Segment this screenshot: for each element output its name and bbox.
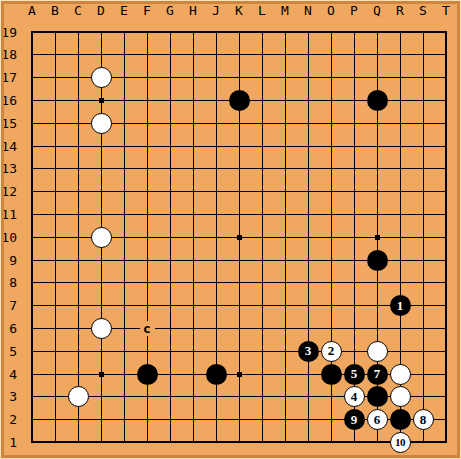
row-label: 1 bbox=[0, 435, 17, 450]
row-label: 15 bbox=[0, 116, 17, 131]
column-label: J bbox=[205, 3, 227, 18]
move-2-stone-O5: 2 bbox=[321, 341, 342, 362]
white-stone-R3 bbox=[390, 386, 411, 407]
row-label: 13 bbox=[0, 161, 17, 176]
row-label: 7 bbox=[0, 298, 17, 313]
row-label: 10 bbox=[0, 230, 17, 245]
move-6-stone-Q2: 6 bbox=[367, 409, 388, 430]
black-stone-J4 bbox=[206, 364, 227, 385]
column-label: F bbox=[136, 3, 158, 18]
column-label: Q bbox=[366, 3, 388, 18]
column-label: R bbox=[389, 3, 411, 18]
row-label: 11 bbox=[0, 207, 17, 222]
star-point bbox=[375, 235, 380, 240]
row-label: 5 bbox=[0, 344, 17, 359]
black-stone-F4 bbox=[137, 364, 158, 385]
row-label: 19 bbox=[0, 25, 17, 40]
star-point bbox=[237, 372, 242, 377]
black-stone-Q9 bbox=[367, 250, 388, 271]
star-point bbox=[99, 98, 104, 103]
move-3-stone-N5: 3 bbox=[298, 341, 319, 362]
row-label: 12 bbox=[0, 184, 17, 199]
white-stone-Q5 bbox=[367, 341, 388, 362]
column-label: O bbox=[320, 3, 342, 18]
move-10-stone-R1: 10 bbox=[390, 432, 411, 453]
row-label: 2 bbox=[0, 412, 17, 427]
column-label: B bbox=[44, 3, 66, 18]
column-label: G bbox=[159, 3, 181, 18]
black-stone-K16 bbox=[229, 90, 250, 111]
row-label: 14 bbox=[0, 139, 17, 154]
column-label: C bbox=[67, 3, 89, 18]
column-label: N bbox=[297, 3, 319, 18]
white-stone-D6 bbox=[91, 318, 112, 339]
black-stone-Q16 bbox=[367, 90, 388, 111]
column-label: S bbox=[412, 3, 434, 18]
row-label: 16 bbox=[0, 93, 17, 108]
move-1-stone-R7: 1 bbox=[390, 295, 411, 316]
black-stone-O4 bbox=[321, 364, 342, 385]
white-stone-C3 bbox=[68, 386, 89, 407]
row-label: 18 bbox=[0, 47, 17, 62]
column-label: K bbox=[228, 3, 250, 18]
star-point bbox=[99, 372, 104, 377]
row-label: 17 bbox=[0, 70, 17, 85]
move-4-stone-P3: 4 bbox=[344, 386, 365, 407]
move-7-stone-Q4: 7 bbox=[367, 364, 388, 385]
move-8-stone-S2: 8 bbox=[413, 409, 434, 430]
black-stone-Q3 bbox=[367, 386, 388, 407]
column-label: A bbox=[21, 3, 43, 18]
column-label: T bbox=[435, 3, 457, 18]
column-label: P bbox=[343, 3, 365, 18]
move-9-stone-P2: 9 bbox=[344, 409, 365, 430]
move-5-stone-P4: 5 bbox=[344, 364, 365, 385]
white-stone-D15 bbox=[91, 113, 112, 134]
black-stone-R2 bbox=[390, 409, 411, 430]
row-label: 4 bbox=[0, 367, 17, 382]
white-stone-D17 bbox=[91, 67, 112, 88]
column-label: M bbox=[274, 3, 296, 18]
white-stone-R4 bbox=[390, 364, 411, 385]
row-label: 6 bbox=[0, 321, 17, 336]
row-label: 9 bbox=[0, 253, 17, 268]
white-stone-D10 bbox=[91, 227, 112, 248]
row-label: 3 bbox=[0, 389, 17, 404]
go-board-diagram: ABCDEFGHJKLMNOPQRST191817161514131211109… bbox=[0, 0, 461, 459]
column-label: D bbox=[90, 3, 112, 18]
point-label-c: c bbox=[140, 321, 155, 336]
column-label: L bbox=[251, 3, 273, 18]
column-label: E bbox=[113, 3, 135, 18]
row-label: 8 bbox=[0, 275, 17, 290]
star-point bbox=[237, 235, 242, 240]
column-label: H bbox=[182, 3, 204, 18]
